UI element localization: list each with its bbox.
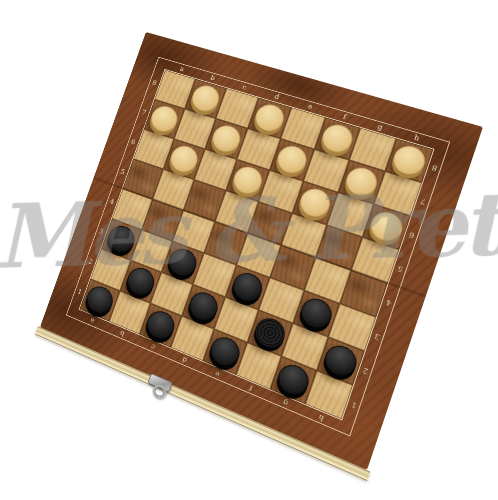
product-photo: 8877665544332211aabbccddeeffgghh Mes & P… <box>0 0 498 500</box>
game-board: 8877665544332211aabbccddeeffgghh <box>40 32 483 470</box>
